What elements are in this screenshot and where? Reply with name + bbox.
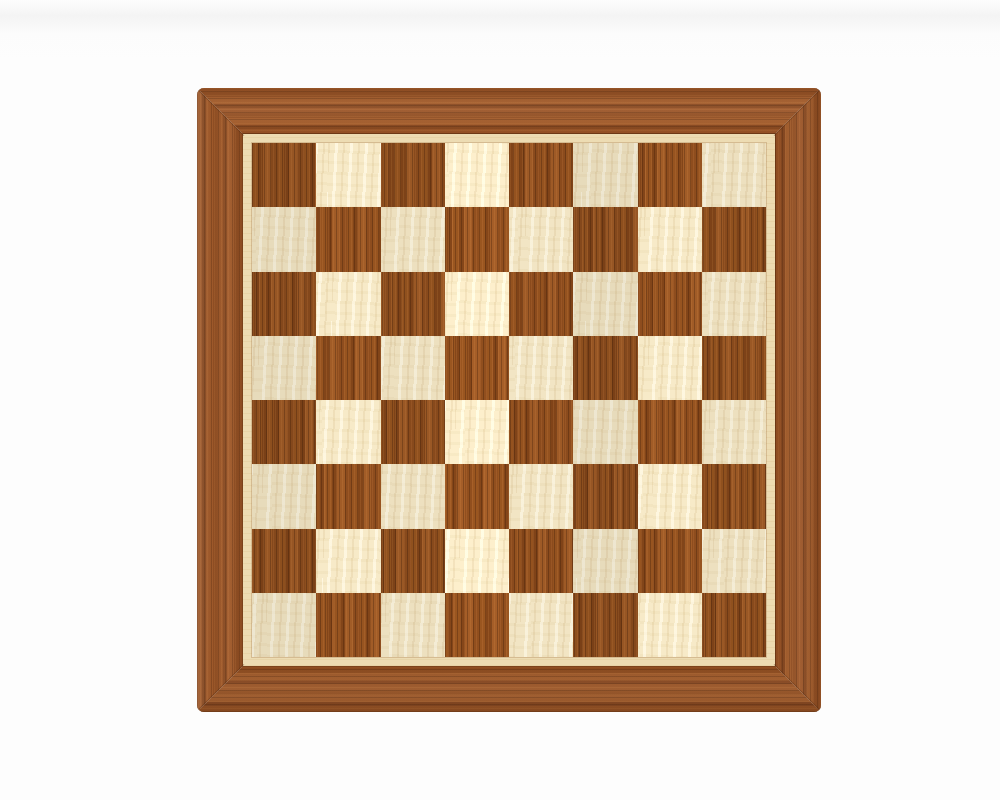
board-square[interactable] [638, 464, 702, 528]
board-square[interactable] [573, 143, 637, 207]
board-square[interactable] [702, 593, 766, 657]
board-square[interactable] [509, 207, 573, 271]
board-square[interactable] [381, 529, 445, 593]
board-square[interactable] [252, 529, 316, 593]
chess-board [197, 88, 821, 712]
board-square[interactable] [381, 272, 445, 336]
board-square[interactable] [316, 272, 380, 336]
board-frame-right [775, 88, 821, 712]
board-square[interactable] [638, 400, 702, 464]
board-square[interactable] [252, 143, 316, 207]
board-square[interactable] [252, 336, 316, 400]
board-square[interactable] [445, 207, 509, 271]
board-frame-bottom [197, 666, 821, 712]
board-square[interactable] [509, 400, 573, 464]
board-square[interactable] [381, 207, 445, 271]
board-square[interactable] [316, 529, 380, 593]
board-square[interactable] [252, 272, 316, 336]
board-square[interactable] [316, 400, 380, 464]
board-square[interactable] [509, 593, 573, 657]
board-square[interactable] [509, 272, 573, 336]
board-square[interactable] [702, 529, 766, 593]
board-square[interactable] [445, 464, 509, 528]
board-square[interactable] [573, 593, 637, 657]
board-square[interactable] [573, 464, 637, 528]
board-square[interactable] [638, 272, 702, 336]
board-frame-top [197, 88, 821, 134]
board-square[interactable] [252, 400, 316, 464]
board-square[interactable] [445, 336, 509, 400]
board-square[interactable] [702, 336, 766, 400]
board-square[interactable] [509, 529, 573, 593]
board-square[interactable] [573, 272, 637, 336]
squares-grid [252, 143, 766, 657]
board-square[interactable] [316, 464, 380, 528]
board-square[interactable] [638, 143, 702, 207]
board-square[interactable] [445, 400, 509, 464]
board-square[interactable] [702, 400, 766, 464]
board-square[interactable] [252, 464, 316, 528]
board-square[interactable] [316, 336, 380, 400]
board-square[interactable] [445, 272, 509, 336]
board-square[interactable] [445, 143, 509, 207]
board-square[interactable] [316, 143, 380, 207]
board-square[interactable] [316, 207, 380, 271]
board-square[interactable] [445, 593, 509, 657]
board-square[interactable] [702, 207, 766, 271]
photo-background [0, 0, 1000, 800]
board-frame-left [197, 88, 243, 712]
board-square[interactable] [252, 207, 316, 271]
board-square[interactable] [702, 143, 766, 207]
board-square[interactable] [638, 529, 702, 593]
board-square[interactable] [509, 336, 573, 400]
board-square[interactable] [573, 529, 637, 593]
board-inner-border [243, 134, 775, 666]
board-square[interactable] [509, 464, 573, 528]
board-square[interactable] [252, 593, 316, 657]
board-square[interactable] [573, 207, 637, 271]
board-square[interactable] [702, 272, 766, 336]
board-square[interactable] [381, 336, 445, 400]
board-square[interactable] [316, 593, 380, 657]
board-square[interactable] [381, 400, 445, 464]
board-square[interactable] [381, 593, 445, 657]
board-square[interactable] [381, 143, 445, 207]
board-square[interactable] [573, 400, 637, 464]
board-square[interactable] [381, 464, 445, 528]
board-square[interactable] [445, 529, 509, 593]
board-square[interactable] [509, 143, 573, 207]
board-square[interactable] [638, 593, 702, 657]
board-square[interactable] [638, 207, 702, 271]
board-square[interactable] [702, 464, 766, 528]
board-square[interactable] [573, 336, 637, 400]
board-square[interactable] [638, 336, 702, 400]
